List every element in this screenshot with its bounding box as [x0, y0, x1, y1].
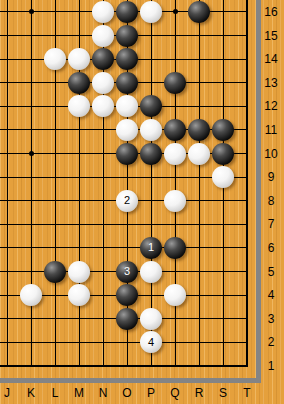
intersection-N3[interactable] [91, 307, 115, 331]
intersection-J5[interactable] [0, 260, 19, 284]
intersection-P3[interactable] [139, 307, 163, 331]
board-edge-right [256, 0, 261, 383]
stone-white-P11[interactable] [140, 119, 162, 141]
intersection-L1[interactable] [43, 354, 67, 378]
intersection-Q11[interactable] [163, 118, 187, 142]
intersection-K8[interactable] [19, 189, 43, 213]
intersection-N14[interactable] [91, 47, 115, 71]
intersection-J12[interactable] [0, 95, 19, 119]
stone-white-M14[interactable] [68, 48, 90, 70]
intersection-N10[interactable] [91, 142, 115, 166]
stone-black-Q6[interactable] [164, 237, 186, 259]
intersection-K13[interactable] [19, 71, 43, 95]
stone-white-N13[interactable] [92, 72, 114, 94]
move-number-1: 1 [148, 242, 154, 253]
intersection-Q1[interactable] [163, 354, 187, 378]
row-label-15: 15 [264, 29, 277, 43]
star-point-Q16 [173, 9, 178, 14]
col-label-J: J [4, 386, 10, 400]
col-label-Q: Q [170, 386, 179, 400]
intersection-N2[interactable] [91, 331, 115, 355]
col-label-O: O [122, 386, 131, 400]
intersection-L5[interactable] [43, 260, 67, 284]
intersection-S11[interactable] [211, 118, 235, 142]
go-board-screenshot: 2134 JKLMNOPQRST16151413121110987654321 [0, 0, 284, 404]
intersection-S13[interactable] [211, 71, 235, 95]
stone-black-M13[interactable] [68, 72, 90, 94]
intersection-M13[interactable] [67, 71, 91, 95]
intersection-S8[interactable] [211, 189, 235, 213]
intersection-K3[interactable] [19, 307, 43, 331]
intersection-R7[interactable] [187, 213, 211, 237]
intersection-O2[interactable] [115, 331, 139, 355]
intersection-Q2[interactable] [163, 331, 187, 355]
col-label-R: R [195, 386, 204, 400]
stone-black-S11[interactable] [212, 119, 234, 141]
intersection-K5[interactable] [19, 260, 43, 284]
col-label-P: P [147, 386, 155, 400]
intersection-R9[interactable] [187, 165, 211, 189]
intersection-P6[interactable]: 1 [139, 236, 163, 260]
intersection-J4[interactable] [0, 283, 19, 307]
intersection-Q10[interactable] [163, 142, 187, 166]
row-label-12: 12 [264, 99, 277, 113]
intersection-O1[interactable] [115, 354, 139, 378]
intersection-K7[interactable] [19, 213, 43, 237]
stone-black-L5[interactable] [44, 261, 66, 283]
intersection-L16[interactable] [43, 0, 67, 24]
intersection-L12[interactable] [43, 95, 67, 119]
stone-white-M12[interactable] [68, 95, 90, 117]
intersection-M8[interactable] [67, 189, 91, 213]
intersection-N11[interactable] [91, 118, 115, 142]
intersection-L2[interactable] [43, 331, 67, 355]
intersection-R12[interactable] [187, 95, 211, 119]
stone-white-O11[interactable] [116, 119, 138, 141]
intersection-K4[interactable] [19, 283, 43, 307]
intersection-Q4[interactable] [163, 283, 187, 307]
intersection-N4[interactable] [91, 283, 115, 307]
intersection-P16[interactable] [139, 0, 163, 24]
col-label-S: S [219, 386, 227, 400]
intersection-N16[interactable] [91, 0, 115, 24]
intersection-K9[interactable] [19, 165, 43, 189]
stone-black-Q11[interactable] [164, 119, 186, 141]
intersection-J11[interactable] [0, 118, 19, 142]
intersection-Q3[interactable] [163, 307, 187, 331]
col-label-T: T [243, 386, 250, 400]
row-label-10: 10 [264, 147, 277, 161]
intersection-R1[interactable] [187, 354, 211, 378]
move-number-3: 3 [124, 266, 130, 277]
intersection-O10[interactable] [115, 142, 139, 166]
stone-black-N14[interactable] [92, 48, 114, 70]
intersection-O8[interactable]: 2 [115, 189, 139, 213]
row-label-11: 11 [265, 123, 277, 137]
row-label-3: 3 [268, 312, 275, 326]
intersection-R5[interactable] [187, 260, 211, 284]
intersection-S10[interactable] [211, 142, 235, 166]
intersection-S5[interactable] [211, 260, 235, 284]
intersection-P2[interactable]: 4 [139, 331, 163, 355]
stone-black-O5[interactable]: 3 [116, 261, 138, 283]
intersection-S9[interactable] [211, 165, 235, 189]
stone-white-Q4[interactable] [164, 284, 186, 306]
intersection-M14[interactable] [67, 47, 91, 71]
intersection-S14[interactable] [211, 47, 235, 71]
intersection-O14[interactable] [115, 47, 139, 71]
stone-white-M4[interactable] [68, 284, 90, 306]
stone-black-S10[interactable] [212, 143, 234, 165]
intersection-O5[interactable]: 3 [115, 260, 139, 284]
intersection-M5[interactable] [67, 260, 91, 284]
star-point-K10 [29, 151, 34, 156]
stone-white-M5[interactable] [68, 261, 90, 283]
intersection-P13[interactable] [139, 71, 163, 95]
intersection-Q13[interactable] [163, 71, 187, 95]
intersection-L7[interactable] [43, 213, 67, 237]
row-label-8: 8 [268, 194, 275, 208]
intersection-N8[interactable] [91, 189, 115, 213]
intersection-L4[interactable] [43, 283, 67, 307]
intersection-K15[interactable] [19, 24, 43, 48]
stone-white-K4[interactable] [20, 284, 42, 306]
intersection-M2[interactable] [67, 331, 91, 355]
intersection-L9[interactable] [43, 165, 67, 189]
intersection-M6[interactable] [67, 236, 91, 260]
intersection-O15[interactable] [115, 24, 139, 48]
intersection-O16[interactable] [115, 0, 139, 24]
stone-white-O8[interactable]: 2 [116, 190, 138, 212]
intersection-P1[interactable] [139, 354, 163, 378]
intersection-Q15[interactable] [163, 24, 187, 48]
intersection-R16[interactable] [187, 0, 211, 24]
row-label-7: 7 [268, 217, 275, 231]
intersection-Q14[interactable] [163, 47, 187, 71]
intersection-L14[interactable] [43, 47, 67, 71]
star-point-K16 [29, 9, 34, 14]
intersection-L8[interactable] [43, 189, 67, 213]
intersection-N13[interactable] [91, 71, 115, 95]
intersection-O9[interactable] [115, 165, 139, 189]
stone-white-R10[interactable] [188, 143, 210, 165]
stone-black-O13[interactable] [116, 72, 138, 94]
intersection-P9[interactable] [139, 165, 163, 189]
stone-white-Q10[interactable] [164, 143, 186, 165]
stone-white-N12[interactable] [92, 95, 114, 117]
intersection-N5[interactable] [91, 260, 115, 284]
intersection-P5[interactable] [139, 260, 163, 284]
intersection-P8[interactable] [139, 189, 163, 213]
row-label-5: 5 [268, 265, 275, 279]
row-label-16: 16 [264, 5, 277, 19]
intersection-R13[interactable] [187, 71, 211, 95]
row-label-14: 14 [264, 52, 277, 66]
intersection-K6[interactable] [19, 236, 43, 260]
intersection-L15[interactable] [43, 24, 67, 48]
intersection-J2[interactable] [0, 331, 19, 355]
stone-black-O4[interactable] [116, 284, 138, 306]
intersection-M4[interactable] [67, 283, 91, 307]
intersection-L11[interactable] [43, 118, 67, 142]
intersection-O4[interactable] [115, 283, 139, 307]
intersection-M12[interactable] [67, 95, 91, 119]
intersection-M10[interactable] [67, 142, 91, 166]
stone-white-L14[interactable] [44, 48, 66, 70]
row-label-6: 6 [268, 241, 275, 255]
intersection-Q6[interactable] [163, 236, 187, 260]
stone-white-P5[interactable] [140, 261, 162, 283]
intersection-R2[interactable] [187, 331, 211, 355]
col-label-L: L [52, 386, 59, 400]
intersection-O12[interactable] [115, 95, 139, 119]
intersection-K12[interactable] [19, 95, 43, 119]
intersection-N6[interactable] [91, 236, 115, 260]
intersection-N12[interactable] [91, 95, 115, 119]
intersection-L10[interactable] [43, 142, 67, 166]
intersection-S7[interactable] [211, 213, 235, 237]
col-label-N: N [99, 386, 108, 400]
intersection-S16[interactable] [211, 0, 235, 24]
intersection-P12[interactable] [139, 95, 163, 119]
intersection-S15[interactable] [211, 24, 235, 48]
intersection-M15[interactable] [67, 24, 91, 48]
intersection-J1[interactable] [0, 354, 19, 378]
col-label-M: M [74, 386, 84, 400]
stone-white-Q8[interactable] [164, 190, 186, 212]
intersection-Q5[interactable] [163, 260, 187, 284]
intersection-J6[interactable] [0, 236, 19, 260]
intersection-S3[interactable] [211, 307, 235, 331]
intersection-Q8[interactable] [163, 189, 187, 213]
intersection-N9[interactable] [91, 165, 115, 189]
intersection-M9[interactable] [67, 165, 91, 189]
intersection-M1[interactable] [67, 354, 91, 378]
intersection-J8[interactable] [0, 189, 19, 213]
intersection-O6[interactable] [115, 236, 139, 260]
intersection-M16[interactable] [67, 0, 91, 24]
stone-white-P3[interactable] [140, 308, 162, 330]
move-number-2: 2 [124, 195, 130, 206]
intersection-P4[interactable] [139, 283, 163, 307]
stone-black-R16[interactable] [188, 1, 210, 23]
board-edge-bottom [0, 378, 261, 383]
intersection-N1[interactable] [91, 354, 115, 378]
intersection-L13[interactable] [43, 71, 67, 95]
intersection-P15[interactable] [139, 24, 163, 48]
intersection-R15[interactable] [187, 24, 211, 48]
intersection-J13[interactable] [0, 71, 19, 95]
intersection-M11[interactable] [67, 118, 91, 142]
stone-black-P6[interactable]: 1 [140, 237, 162, 259]
intersection-O3[interactable] [115, 307, 139, 331]
intersection-R14[interactable] [187, 47, 211, 71]
intersection-K1[interactable] [19, 354, 43, 378]
row-label-4: 4 [268, 288, 275, 302]
intersection-N7[interactable] [91, 213, 115, 237]
stone-white-S9[interactable] [212, 166, 234, 188]
stone-black-O15[interactable] [116, 25, 138, 47]
intersection-Q12[interactable] [163, 95, 187, 119]
intersection-M7[interactable] [67, 213, 91, 237]
intersection-Q9[interactable] [163, 165, 187, 189]
intersection-J3[interactable] [0, 307, 19, 331]
stone-white-P2[interactable]: 4 [140, 331, 162, 353]
go-board-grid: 2134 [0, 0, 259, 378]
intersection-J16[interactable] [0, 0, 19, 24]
intersection-K2[interactable] [19, 331, 43, 355]
intersection-O11[interactable] [115, 118, 139, 142]
intersection-P14[interactable] [139, 47, 163, 71]
intersection-O7[interactable] [115, 213, 139, 237]
stone-black-O10[interactable] [116, 143, 138, 165]
stone-black-P10[interactable] [140, 143, 162, 165]
intersection-S1[interactable] [211, 354, 235, 378]
stone-black-P12[interactable] [140, 95, 162, 117]
stone-black-Q13[interactable] [164, 72, 186, 94]
stone-white-O12[interactable] [116, 95, 138, 117]
intersection-K16[interactable] [19, 0, 43, 24]
stone-black-O3[interactable] [116, 308, 138, 330]
stone-black-R11[interactable] [188, 119, 210, 141]
intersection-R3[interactable] [187, 307, 211, 331]
stone-white-N16[interactable] [92, 1, 114, 23]
stone-black-O14[interactable] [116, 48, 138, 70]
intersection-J14[interactable] [0, 47, 19, 71]
intersection-J7[interactable] [0, 213, 19, 237]
intersection-S4[interactable] [211, 283, 235, 307]
intersection-N15[interactable] [91, 24, 115, 48]
intersection-P10[interactable] [139, 142, 163, 166]
intersection-Q7[interactable] [163, 213, 187, 237]
intersection-S6[interactable] [211, 236, 235, 260]
intersection-R8[interactable] [187, 189, 211, 213]
row-label-1: 1 [268, 359, 275, 373]
intersection-P11[interactable] [139, 118, 163, 142]
intersection-R6[interactable] [187, 236, 211, 260]
intersection-K11[interactable] [19, 118, 43, 142]
intersection-P7[interactable] [139, 213, 163, 237]
row-label-2: 2 [268, 335, 275, 349]
intersection-R11[interactable] [187, 118, 211, 142]
intersection-K10[interactable] [19, 142, 43, 166]
row-label-13: 13 [264, 76, 277, 90]
intersection-J15[interactable] [0, 24, 19, 48]
intersection-R10[interactable] [187, 142, 211, 166]
stone-white-P16[interactable] [140, 1, 162, 23]
intersection-J9[interactable] [0, 165, 19, 189]
intersection-S2[interactable] [211, 331, 235, 355]
intersection-Q16[interactable] [163, 0, 187, 24]
intersection-L3[interactable] [43, 307, 67, 331]
move-number-4: 4 [148, 337, 154, 348]
intersection-M3[interactable] [67, 307, 91, 331]
intersection-L6[interactable] [43, 236, 67, 260]
intersection-J10[interactable] [0, 142, 19, 166]
intersection-S12[interactable] [211, 95, 235, 119]
intersection-R4[interactable] [187, 283, 211, 307]
intersection-O13[interactable] [115, 71, 139, 95]
stone-white-N15[interactable] [92, 25, 114, 47]
stone-black-O16[interactable] [116, 1, 138, 23]
intersection-K14[interactable] [19, 47, 43, 71]
col-label-K: K [27, 386, 35, 400]
row-label-9: 9 [268, 170, 275, 184]
